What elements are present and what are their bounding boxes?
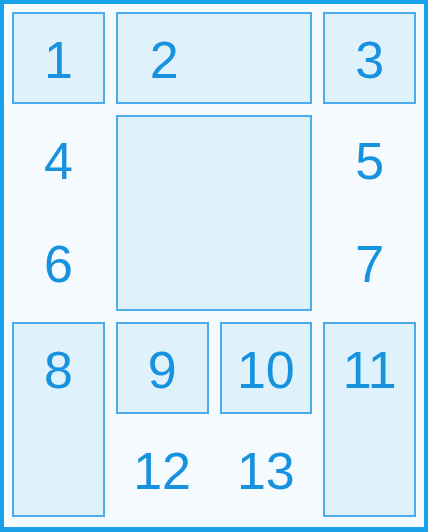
grid-item-11-label: 11 [325, 324, 414, 416]
grid-item-2: 2 [116, 12, 313, 104]
grid-item-6-label: 6 [12, 218, 105, 310]
layout-grid: 1 2 3 4 5 6 7 8 9 10 [12, 12, 416, 517]
grid-item-10-label: 10 [222, 324, 311, 414]
grid-item-12-label: 12 [116, 425, 209, 517]
grid-item-9: 9 [116, 322, 209, 414]
grid-item-11: 11 [323, 322, 416, 517]
grid-item-3: 3 [323, 12, 416, 104]
grid-item-9-label: 9 [118, 324, 207, 414]
grid-item-5-label: 5 [323, 115, 416, 207]
grid-item-4: 4 [12, 115, 105, 207]
grid-item-8-label: 8 [14, 324, 103, 416]
grid-item-12: 12 [116, 425, 209, 517]
grid-diagram: 1 2 3 4 5 6 7 8 9 10 [0, 0, 428, 532]
grid-item-5: 5 [323, 115, 416, 207]
grid-item-center-block-label [118, 117, 211, 209]
grid-item-10: 10 [220, 322, 313, 414]
grid-item-2-label: 2 [118, 14, 211, 104]
grid-item-7: 7 [323, 218, 416, 310]
grid-item-13: 13 [220, 425, 313, 517]
grid-item-center-block [116, 115, 313, 310]
grid-item-3-label: 3 [325, 14, 414, 104]
grid-item-1-label: 1 [14, 14, 103, 104]
grid-item-4-label: 4 [12, 115, 105, 207]
grid-item-6: 6 [12, 218, 105, 310]
grid-item-13-label: 13 [220, 425, 313, 517]
grid-item-8: 8 [12, 322, 105, 517]
grid-item-1: 1 [12, 12, 105, 104]
grid-item-7-label: 7 [323, 218, 416, 310]
